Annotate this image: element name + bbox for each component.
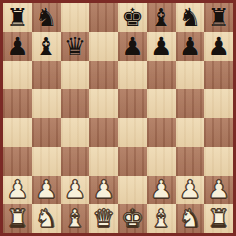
square-c1[interactable]: ♝ [61, 204, 90, 233]
square-d2[interactable]: ♟ [89, 176, 118, 205]
white-pawn[interactable]: ♟ [150, 177, 172, 202]
square-b6[interactable] [32, 61, 61, 90]
square-f1[interactable]: ♝ [147, 204, 176, 233]
black-knight[interactable]: ♞ [179, 5, 201, 30]
black-pawn[interactable]: ♟ [6, 34, 28, 59]
square-c8[interactable] [61, 3, 90, 32]
square-h1[interactable]: ♜ [204, 204, 233, 233]
white-pawn[interactable]: ♟ [64, 177, 86, 202]
square-e8[interactable]: ♚ [118, 3, 147, 32]
black-knight[interactable]: ♞ [35, 5, 57, 30]
square-c6[interactable] [61, 61, 90, 90]
square-c3[interactable] [61, 147, 90, 176]
square-e1[interactable]: ♚ [118, 204, 147, 233]
square-a6[interactable] [3, 61, 32, 90]
square-f2[interactable]: ♟ [147, 176, 176, 205]
square-e4[interactable] [118, 118, 147, 147]
white-rook[interactable]: ♜ [6, 206, 28, 231]
square-d6[interactable] [89, 61, 118, 90]
square-c5[interactable] [61, 89, 90, 118]
white-bishop[interactable]: ♝ [150, 206, 172, 231]
square-b8[interactable]: ♞ [32, 3, 61, 32]
square-b5[interactable] [32, 89, 61, 118]
white-pawn[interactable]: ♟ [207, 177, 229, 202]
square-h7[interactable]: ♟ [204, 32, 233, 61]
square-h3[interactable] [204, 147, 233, 176]
square-g4[interactable] [176, 118, 205, 147]
black-queen[interactable]: ♛ [64, 34, 86, 59]
white-bishop[interactable]: ♝ [64, 206, 86, 231]
white-pawn[interactable]: ♟ [92, 177, 114, 202]
square-f8[interactable]: ♝ [147, 3, 176, 32]
square-b2[interactable]: ♟ [32, 176, 61, 205]
square-a7[interactable]: ♟ [3, 32, 32, 61]
square-f6[interactable] [147, 61, 176, 90]
black-pawn[interactable]: ♟ [121, 34, 143, 59]
black-bishop[interactable]: ♝ [150, 5, 172, 30]
square-b4[interactable] [32, 118, 61, 147]
square-h2[interactable]: ♟ [204, 176, 233, 205]
square-f5[interactable] [147, 89, 176, 118]
black-king[interactable]: ♚ [121, 5, 143, 30]
square-f4[interactable] [147, 118, 176, 147]
square-d8[interactable] [89, 3, 118, 32]
square-d3[interactable] [89, 147, 118, 176]
square-a2[interactable]: ♟ [3, 176, 32, 205]
square-f3[interactable] [147, 147, 176, 176]
square-h4[interactable] [204, 118, 233, 147]
square-c2[interactable]: ♟ [61, 176, 90, 205]
square-a8[interactable]: ♜ [3, 3, 32, 32]
square-b3[interactable] [32, 147, 61, 176]
square-g1[interactable]: ♞ [176, 204, 205, 233]
black-pawn[interactable]: ♟ [150, 34, 172, 59]
square-b1[interactable]: ♞ [32, 204, 61, 233]
square-g3[interactable] [176, 147, 205, 176]
white-knight[interactable]: ♞ [179, 206, 201, 231]
square-a3[interactable] [3, 147, 32, 176]
square-a1[interactable]: ♜ [3, 204, 32, 233]
square-g7[interactable]: ♟ [176, 32, 205, 61]
square-d7[interactable] [89, 32, 118, 61]
square-b7[interactable]: ♝ [32, 32, 61, 61]
square-e7[interactable]: ♟ [118, 32, 147, 61]
square-a5[interactable] [3, 89, 32, 118]
square-h5[interactable] [204, 89, 233, 118]
white-pawn[interactable]: ♟ [35, 177, 57, 202]
square-h6[interactable] [204, 61, 233, 90]
black-pawn[interactable]: ♟ [179, 34, 201, 59]
square-g5[interactable] [176, 89, 205, 118]
square-a4[interactable] [3, 118, 32, 147]
black-rook[interactable]: ♜ [6, 5, 28, 30]
white-pawn[interactable]: ♟ [6, 177, 28, 202]
square-g6[interactable] [176, 61, 205, 90]
black-bishop[interactable]: ♝ [35, 34, 57, 59]
black-pawn[interactable]: ♟ [207, 34, 229, 59]
chess-board: ♜♞♚♝♞♜♟♝♛♟♟♟♟♟♟♟♟♟♟♟♜♞♝♛♚♝♞♜ [0, 0, 236, 236]
square-c4[interactable] [61, 118, 90, 147]
square-e5[interactable] [118, 89, 147, 118]
white-pawn[interactable]: ♟ [179, 177, 201, 202]
white-queen[interactable]: ♛ [92, 206, 114, 231]
square-h8[interactable]: ♜ [204, 3, 233, 32]
square-c7[interactable]: ♛ [61, 32, 90, 61]
square-e3[interactable] [118, 147, 147, 176]
black-rook[interactable]: ♜ [207, 5, 229, 30]
square-e2[interactable] [118, 176, 147, 205]
square-f7[interactable]: ♟ [147, 32, 176, 61]
square-g8[interactable]: ♞ [176, 3, 205, 32]
white-king[interactable]: ♚ [121, 206, 143, 231]
square-d1[interactable]: ♛ [89, 204, 118, 233]
square-d4[interactable] [89, 118, 118, 147]
square-g2[interactable]: ♟ [176, 176, 205, 205]
square-e6[interactable] [118, 61, 147, 90]
white-knight[interactable]: ♞ [35, 206, 57, 231]
square-d5[interactable] [89, 89, 118, 118]
white-rook[interactable]: ♜ [207, 206, 229, 231]
